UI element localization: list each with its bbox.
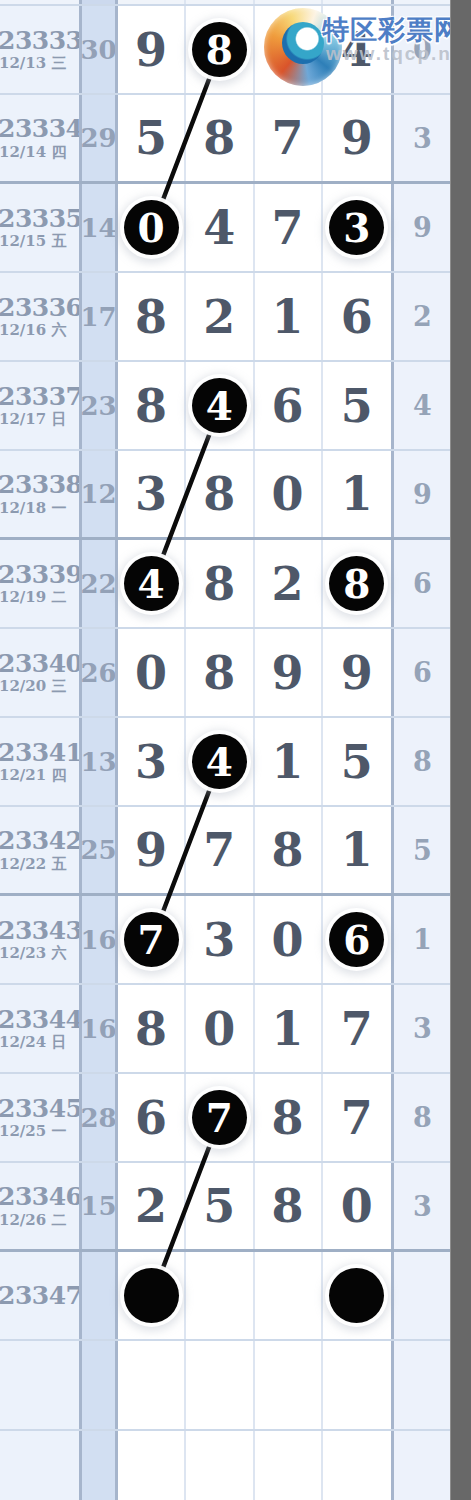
digit-cell: 0 bbox=[255, 451, 323, 537]
vertical-scrollbar[interactable] bbox=[450, 0, 471, 1500]
digit-cell: 0 bbox=[186, 985, 254, 1072]
draw-number: 23342 bbox=[0, 827, 79, 855]
circled-digit: 3 bbox=[329, 200, 384, 255]
digit-cell bbox=[323, 1341, 391, 1429]
digit: 9 bbox=[272, 646, 304, 700]
tail-digit-cell: 3 bbox=[394, 1163, 451, 1249]
digit: 8 bbox=[272, 1179, 304, 1233]
digit: 9 bbox=[135, 23, 167, 77]
draw-label-cell: 2334612/26 二 bbox=[0, 1163, 79, 1249]
tail-digit-cell: 9 bbox=[394, 451, 451, 537]
digit-row: 8465 bbox=[118, 362, 391, 449]
draw-date: 12/20 三 bbox=[0, 677, 79, 695]
tail-digit-cell bbox=[394, 1341, 451, 1429]
digit-row: 4828 bbox=[118, 540, 391, 627]
digit: 3 bbox=[203, 913, 235, 967]
draw-label-cell: 2333912/19 二 bbox=[0, 540, 79, 627]
digit-cell: 0 bbox=[118, 629, 186, 716]
draw-number: 23343 bbox=[0, 917, 79, 945]
digit: 8 bbox=[135, 290, 167, 344]
digit: 2 bbox=[272, 557, 304, 611]
digit-row bbox=[118, 0, 391, 4]
digit-row: 0473 bbox=[118, 184, 391, 271]
circled-digit: 4 bbox=[124, 556, 179, 611]
digit: 5 bbox=[135, 111, 167, 165]
digit: 6 bbox=[135, 1091, 167, 1145]
sum-cell: 16 bbox=[82, 896, 115, 983]
sum-cell: 23 bbox=[82, 362, 115, 449]
digit: 6 bbox=[341, 290, 373, 344]
digit: 6 bbox=[272, 379, 304, 433]
digit-cell: 7 bbox=[255, 95, 323, 181]
digit-row: 3415 bbox=[118, 718, 391, 805]
draw-label-cell bbox=[0, 1341, 79, 1429]
digit: 7 bbox=[272, 201, 304, 255]
digit: 8 bbox=[272, 823, 304, 877]
draw-label-cell: 2333812/18 一 bbox=[0, 451, 79, 537]
digit: 7 bbox=[341, 1091, 373, 1145]
digit: 5 bbox=[203, 1179, 235, 1233]
trend-row: 2334012/20 三2608996 bbox=[0, 629, 451, 718]
digit-cell: 8 bbox=[118, 273, 186, 360]
digit-cell: 7 bbox=[186, 807, 254, 893]
draw-number: 23333 bbox=[0, 27, 79, 55]
tail-digit-cell: 3 bbox=[394, 95, 451, 181]
digit-cell: 7 bbox=[323, 1074, 391, 1161]
digit-cell: 3 bbox=[118, 451, 186, 537]
sum-cell: 29 bbox=[82, 95, 115, 181]
circled-digit: 4 bbox=[192, 734, 247, 789]
sum-cell: 28 bbox=[82, 1074, 115, 1161]
digit-cell: 5 bbox=[323, 362, 391, 449]
circled-digit: 0 bbox=[124, 200, 179, 255]
digit: 5 bbox=[341, 735, 373, 789]
digit-cell bbox=[118, 1252, 186, 1339]
digit-cell: 3 bbox=[186, 896, 254, 983]
draw-number: 23336 bbox=[0, 294, 79, 322]
digit-cell: 1 bbox=[255, 985, 323, 1072]
circled-digit: 6 bbox=[329, 912, 384, 967]
draw-label-cell: 2334112/21 四 bbox=[0, 718, 79, 805]
draw-date: 12/26 二 bbox=[0, 1211, 79, 1229]
digit-row: 6787 bbox=[118, 1074, 391, 1161]
tail-digit-cell: 6 bbox=[394, 629, 451, 716]
digit-cell: 4 bbox=[323, 6, 391, 93]
sum-cell: 12 bbox=[82, 451, 115, 537]
trend-rows-container: 2333312/13 三30989402333412/14 四295879323… bbox=[0, 0, 471, 1500]
trend-row: 2333812/18 一1238019 bbox=[0, 451, 451, 540]
digit-cell bbox=[186, 1341, 254, 1429]
tail-digit-cell: 8 bbox=[394, 1074, 451, 1161]
draw-date: 12/24 日 bbox=[0, 1033, 79, 1051]
digit: 8 bbox=[135, 379, 167, 433]
sum-cell bbox=[82, 1431, 115, 1500]
digit-cell: 2 bbox=[255, 540, 323, 627]
digit-row: 8216 bbox=[118, 273, 391, 360]
digit: 9 bbox=[272, 23, 304, 77]
circled-digit: 4 bbox=[192, 378, 247, 433]
digit-cell: 6 bbox=[255, 362, 323, 449]
trend-row: 2333412/14 四2958793 bbox=[0, 95, 451, 184]
digit-cell: 7 bbox=[118, 896, 186, 983]
digit: 0 bbox=[203, 1002, 235, 1056]
draw-label-cell: 2333412/14 四 bbox=[0, 95, 79, 181]
digit-cell: 7 bbox=[255, 184, 323, 271]
digit-cell: 1 bbox=[255, 273, 323, 360]
digit: 8 bbox=[203, 111, 235, 165]
digit-cell bbox=[118, 1431, 186, 1500]
tail-digit-cell: 8 bbox=[394, 718, 451, 805]
draw-number: 23341 bbox=[0, 739, 79, 767]
digit-cell: 4 bbox=[186, 184, 254, 271]
trend-row: 2334612/26 二1525803 bbox=[0, 1163, 451, 1252]
sum-cell: 16 bbox=[82, 985, 115, 1072]
tail-digit-cell: 2 bbox=[394, 273, 451, 360]
sum-cell: 17 bbox=[82, 273, 115, 360]
digit-cell: 2 bbox=[186, 273, 254, 360]
draw-number: 23339 bbox=[0, 561, 79, 589]
tail-digit-cell: 5 bbox=[394, 807, 451, 893]
digit: 1 bbox=[341, 823, 373, 877]
digit-row: 9894 bbox=[118, 6, 391, 93]
digit: 9 bbox=[341, 111, 373, 165]
digit-row: 0899 bbox=[118, 629, 391, 716]
tail-digit-cell: 3 bbox=[394, 985, 451, 1072]
digit: 4 bbox=[203, 201, 235, 255]
digit-cell: 7 bbox=[323, 985, 391, 1072]
digit: 8 bbox=[135, 1002, 167, 1056]
digit-cell bbox=[255, 1252, 323, 1339]
digit-cell: 3 bbox=[118, 718, 186, 805]
digit: 7 bbox=[272, 111, 304, 165]
digit-cell: 8 bbox=[323, 540, 391, 627]
draw-number: 23335 bbox=[0, 205, 79, 233]
digit-cell: 3 bbox=[323, 184, 391, 271]
sum-cell: 14 bbox=[82, 184, 115, 271]
digit: 7 bbox=[341, 1002, 373, 1056]
digit-cell bbox=[255, 1431, 323, 1500]
trend-row: 2333612/16 六1782162 bbox=[0, 273, 451, 362]
digit-cell: 8 bbox=[186, 451, 254, 537]
digit-row bbox=[118, 1341, 391, 1429]
trend-row: 2334112/21 四1334158 bbox=[0, 718, 451, 807]
digit-row: 9781 bbox=[118, 807, 391, 893]
digit: 9 bbox=[341, 646, 373, 700]
draw-label-cell: 2333712/17 日 bbox=[0, 362, 79, 449]
digit: 1 bbox=[272, 290, 304, 344]
digit: 9 bbox=[135, 823, 167, 877]
draw-date: 12/16 六 bbox=[0, 321, 79, 339]
draw-label-cell: 2333512/15 五 bbox=[0, 184, 79, 271]
sum-cell: 15 bbox=[82, 1163, 115, 1249]
digit-cell: 6 bbox=[323, 896, 391, 983]
digit-cell: 1 bbox=[255, 718, 323, 805]
digit-cell bbox=[255, 0, 323, 4]
circled-digit: 8 bbox=[329, 556, 384, 611]
sum-cell: 13 bbox=[82, 718, 115, 805]
circled-digit: 7 bbox=[192, 1090, 247, 1145]
digit: 2 bbox=[135, 1179, 167, 1233]
digit: 0 bbox=[272, 467, 304, 521]
trend-row: 2333312/13 三3098940 bbox=[0, 6, 451, 95]
draw-number: 23334 bbox=[0, 115, 79, 143]
digit: 2 bbox=[203, 290, 235, 344]
tail-digit-cell: 1 bbox=[394, 896, 451, 983]
digit-cell: 4 bbox=[118, 540, 186, 627]
digit-row: 8017 bbox=[118, 985, 391, 1072]
sum-cell bbox=[82, 1252, 115, 1339]
circled-digit: 8 bbox=[192, 22, 247, 77]
digit: 1 bbox=[341, 467, 373, 521]
digit-cell: 8 bbox=[255, 807, 323, 893]
draw-date: 12/21 四 bbox=[0, 766, 79, 784]
digit-cell: 1 bbox=[323, 451, 391, 537]
digit: 0 bbox=[272, 913, 304, 967]
circled-digit: 7 bbox=[124, 912, 179, 967]
trend-row: 23347 bbox=[0, 1252, 451, 1341]
digit-cell: 8 bbox=[255, 1163, 323, 1249]
trend-row: 2334412/24 日1680173 bbox=[0, 985, 451, 1074]
sum-cell: 25 bbox=[82, 807, 115, 893]
draw-label-cell: 2334512/25 一 bbox=[0, 1074, 79, 1161]
digit-cell: 5 bbox=[118, 95, 186, 181]
digit-cell bbox=[118, 1341, 186, 1429]
digit: 8 bbox=[272, 1091, 304, 1145]
trend-row: 2334212/22 五2597815 bbox=[0, 807, 451, 896]
digit: 3 bbox=[135, 735, 167, 789]
prediction-marker bbox=[124, 1268, 179, 1323]
draw-date: 12/15 五 bbox=[0, 232, 79, 250]
digit-cell: 8 bbox=[186, 629, 254, 716]
digit-cell: 8 bbox=[255, 1074, 323, 1161]
tail-digit-cell: 9 bbox=[394, 184, 451, 271]
draw-number: 23345 bbox=[0, 1095, 79, 1123]
digit: 8 bbox=[203, 557, 235, 611]
digit: 1 bbox=[272, 735, 304, 789]
draw-date: 12/18 一 bbox=[0, 499, 79, 517]
draw-label-cell: 23347 bbox=[0, 1252, 79, 1339]
digit-cell: 0 bbox=[323, 1163, 391, 1249]
digit-cell bbox=[323, 1431, 391, 1500]
tail-digit-cell: 4 bbox=[394, 362, 451, 449]
trend-row bbox=[0, 1341, 451, 1431]
trend-row: 2334512/25 一2867878 bbox=[0, 1074, 451, 1163]
tail-digit-cell: 6 bbox=[394, 540, 451, 627]
digit-cell bbox=[255, 1341, 323, 1429]
tail-digit-cell bbox=[394, 0, 451, 4]
draw-label-cell: 2333312/13 三 bbox=[0, 6, 79, 93]
digit-cell bbox=[323, 1252, 391, 1339]
prediction-marker bbox=[329, 1268, 384, 1323]
digit-cell: 4 bbox=[186, 718, 254, 805]
trend-row: 2333512/15 五1404739 bbox=[0, 184, 451, 273]
digit-row: 3801 bbox=[118, 451, 391, 537]
digit-cell: 9 bbox=[255, 6, 323, 93]
digit-cell: 9 bbox=[323, 629, 391, 716]
trend-row: 2333912/19 二2248286 bbox=[0, 540, 451, 629]
digit-cell: 0 bbox=[255, 896, 323, 983]
draw-label-cell bbox=[0, 0, 79, 4]
digit-cell: 8 bbox=[186, 95, 254, 181]
digit-cell: 0 bbox=[118, 184, 186, 271]
digit: 0 bbox=[135, 646, 167, 700]
digit: 5 bbox=[341, 379, 373, 433]
draw-date: 12/23 六 bbox=[0, 944, 79, 962]
digit-cell: 1 bbox=[323, 807, 391, 893]
digit-row bbox=[118, 1431, 391, 1500]
digit: 7 bbox=[203, 823, 235, 877]
draw-date: 12/22 五 bbox=[0, 855, 79, 873]
sum-cell: 22 bbox=[82, 540, 115, 627]
digit: 8 bbox=[203, 467, 235, 521]
digit-cell: 8 bbox=[186, 540, 254, 627]
draw-number: 23338 bbox=[0, 471, 79, 499]
digit-cell: 7 bbox=[186, 1074, 254, 1161]
draw-date: 12/13 三 bbox=[0, 54, 79, 72]
digit: 8 bbox=[203, 646, 235, 700]
digit-row: 7306 bbox=[118, 896, 391, 983]
draw-number: 23344 bbox=[0, 1006, 79, 1034]
draw-date: 12/17 日 bbox=[0, 410, 79, 428]
digit-cell bbox=[186, 1431, 254, 1500]
draw-date: 12/14 四 bbox=[0, 143, 79, 161]
digit-cell bbox=[118, 0, 186, 4]
digit-row bbox=[118, 1252, 391, 1339]
digit-cell: 8 bbox=[118, 985, 186, 1072]
digit: 4 bbox=[341, 23, 373, 77]
sum-cell bbox=[82, 0, 115, 4]
digit-cell: 5 bbox=[186, 1163, 254, 1249]
trend-row: 2333712/17 日2384654 bbox=[0, 362, 451, 451]
draw-date: 12/25 一 bbox=[0, 1122, 79, 1140]
trend-row bbox=[0, 1431, 451, 1500]
digit-cell: 6 bbox=[323, 273, 391, 360]
tail-digit-cell bbox=[394, 1431, 451, 1500]
sum-cell: 26 bbox=[82, 629, 115, 716]
draw-label-cell: 2334312/23 六 bbox=[0, 896, 79, 983]
draw-label-cell: 2334412/24 日 bbox=[0, 985, 79, 1072]
draw-number: 23346 bbox=[0, 1183, 79, 1211]
digit-row: 5879 bbox=[118, 95, 391, 181]
digit-cell: 8 bbox=[186, 6, 254, 93]
digit: 3 bbox=[135, 467, 167, 521]
tail-digit-cell bbox=[394, 1252, 451, 1339]
draw-number: 23340 bbox=[0, 650, 79, 678]
digit-cell bbox=[186, 0, 254, 4]
digit-row: 2580 bbox=[118, 1163, 391, 1249]
draw-number: 23347 bbox=[0, 1282, 79, 1310]
draw-label-cell: 2333612/16 六 bbox=[0, 273, 79, 360]
tail-digit-cell: 0 bbox=[394, 6, 451, 93]
draw-date: 12/19 二 bbox=[0, 588, 79, 606]
digit-cell: 5 bbox=[323, 718, 391, 805]
sum-cell: 30 bbox=[82, 6, 115, 93]
digit-cell bbox=[186, 1252, 254, 1339]
digit-cell: 6 bbox=[118, 1074, 186, 1161]
digit: 1 bbox=[272, 1002, 304, 1056]
digit-cell: 9 bbox=[118, 6, 186, 93]
digit-cell: 9 bbox=[323, 95, 391, 181]
sum-cell bbox=[82, 1341, 115, 1429]
digit-cell: 8 bbox=[118, 362, 186, 449]
draw-label-cell: 2334212/22 五 bbox=[0, 807, 79, 893]
draw-number: 23337 bbox=[0, 383, 79, 411]
trend-row: 2334312/23 六1673061 bbox=[0, 896, 451, 985]
digit-cell: 4 bbox=[186, 362, 254, 449]
digit-cell: 9 bbox=[118, 807, 186, 893]
digit-cell: 9 bbox=[255, 629, 323, 716]
digit-cell bbox=[323, 0, 391, 4]
digit: 0 bbox=[341, 1179, 373, 1233]
lottery-trend-chart: 2333312/13 三30989402333412/14 四295879323… bbox=[0, 0, 471, 1500]
draw-label-cell bbox=[0, 1431, 79, 1500]
digit-cell: 2 bbox=[118, 1163, 186, 1249]
draw-label-cell: 2334012/20 三 bbox=[0, 629, 79, 716]
